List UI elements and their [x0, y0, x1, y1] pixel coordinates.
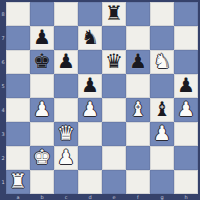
square-d2[interactable]: [78, 146, 102, 170]
square-g3[interactable]: ♟: [150, 122, 174, 146]
square-f8[interactable]: [126, 2, 150, 26]
file-label-e: e: [102, 194, 126, 200]
square-c8[interactable]: [54, 2, 78, 26]
square-e1[interactable]: [102, 170, 126, 194]
square-a4[interactable]: [6, 98, 30, 122]
square-h8[interactable]: [174, 2, 198, 26]
square-c3[interactable]: ♛: [54, 122, 78, 146]
piece-black-pawn-f6[interactable]: ♟: [129, 49, 147, 73]
square-h2[interactable]: [174, 146, 198, 170]
square-d3[interactable]: [78, 122, 102, 146]
square-b6[interactable]: ♚: [30, 50, 54, 74]
square-c2[interactable]: ♟: [54, 146, 78, 170]
piece-white-pawn-h4[interactable]: ♟: [177, 97, 195, 121]
chess-board-frame: 87654321 ♜♟♞♚♟♛♟♞♟♟♟♟♝♝♟♛♟♚♟♜ abcdefgh: [0, 0, 200, 200]
square-d4[interactable]: ♟: [78, 98, 102, 122]
file-label-f: f: [126, 194, 150, 200]
square-f1[interactable]: [126, 170, 150, 194]
board: ♜♟♞♚♟♛♟♞♟♟♟♟♝♝♟♛♟♚♟♜: [6, 2, 198, 194]
square-e4[interactable]: [102, 98, 126, 122]
piece-black-king-b6[interactable]: ♚: [33, 49, 51, 73]
square-d6[interactable]: [78, 50, 102, 74]
square-f6[interactable]: ♟: [126, 50, 150, 74]
square-e8[interactable]: ♜: [102, 2, 126, 26]
piece-black-rook-e8[interactable]: ♜: [105, 1, 123, 25]
piece-white-pawn-d4[interactable]: ♟: [81, 97, 99, 121]
piece-white-knight-g6[interactable]: ♞: [153, 49, 171, 73]
square-a1[interactable]: ♜: [6, 170, 30, 194]
square-d7[interactable]: ♞: [78, 26, 102, 50]
piece-black-queen-e6[interactable]: ♛: [105, 49, 123, 73]
piece-white-pawn-c2[interactable]: ♟: [57, 145, 75, 169]
square-g7[interactable]: [150, 26, 174, 50]
square-c5[interactable]: [54, 74, 78, 98]
square-f4[interactable]: ♝: [126, 98, 150, 122]
square-g6[interactable]: ♞: [150, 50, 174, 74]
piece-black-pawn-d5[interactable]: ♟: [81, 73, 99, 97]
piece-black-pawn-b7[interactable]: ♟: [33, 25, 51, 49]
square-c6[interactable]: ♟: [54, 50, 78, 74]
square-e3[interactable]: [102, 122, 126, 146]
square-a8[interactable]: [6, 2, 30, 26]
square-e5[interactable]: [102, 74, 126, 98]
piece-white-queen-c3[interactable]: ♛: [57, 121, 75, 145]
square-h3[interactable]: [174, 122, 198, 146]
square-b8[interactable]: [30, 2, 54, 26]
square-d8[interactable]: [78, 2, 102, 26]
square-g4[interactable]: ♝: [150, 98, 174, 122]
square-c1[interactable]: [54, 170, 78, 194]
piece-white-bishop-f4[interactable]: ♝: [129, 97, 147, 121]
square-a5[interactable]: [6, 74, 30, 98]
square-h1[interactable]: [174, 170, 198, 194]
file-label-g: g: [150, 194, 174, 200]
square-h6[interactable]: [174, 50, 198, 74]
square-b5[interactable]: [30, 74, 54, 98]
square-g1[interactable]: [150, 170, 174, 194]
file-labels: abcdefgh: [6, 194, 198, 200]
square-b4[interactable]: ♟: [30, 98, 54, 122]
piece-white-pawn-b4[interactable]: ♟: [33, 97, 51, 121]
square-g8[interactable]: [150, 2, 174, 26]
square-h5[interactable]: ♟: [174, 74, 198, 98]
square-f2[interactable]: [126, 146, 150, 170]
piece-black-bishop-g4[interactable]: ♝: [153, 97, 171, 121]
file-label-h: h: [174, 194, 198, 200]
piece-white-king-b2[interactable]: ♚: [33, 145, 51, 169]
square-e7[interactable]: [102, 26, 126, 50]
square-c4[interactable]: [54, 98, 78, 122]
file-label-d: d: [78, 194, 102, 200]
square-e6[interactable]: ♛: [102, 50, 126, 74]
square-d1[interactable]: [78, 170, 102, 194]
square-g2[interactable]: [150, 146, 174, 170]
square-f5[interactable]: [126, 74, 150, 98]
square-b2[interactable]: ♚: [30, 146, 54, 170]
square-a3[interactable]: [6, 122, 30, 146]
square-a6[interactable]: [6, 50, 30, 74]
square-a7[interactable]: [6, 26, 30, 50]
square-a2[interactable]: [6, 146, 30, 170]
file-label-a: a: [6, 194, 30, 200]
file-label-c: c: [54, 194, 78, 200]
square-f3[interactable]: [126, 122, 150, 146]
piece-black-knight-d7[interactable]: ♞: [81, 25, 99, 49]
square-b7[interactable]: ♟: [30, 26, 54, 50]
square-h7[interactable]: [174, 26, 198, 50]
piece-white-pawn-g3[interactable]: ♟: [153, 121, 171, 145]
square-e2[interactable]: [102, 146, 126, 170]
piece-black-pawn-c6[interactable]: ♟: [57, 49, 75, 73]
square-b3[interactable]: [30, 122, 54, 146]
square-c7[interactable]: [54, 26, 78, 50]
file-label-b: b: [30, 194, 54, 200]
square-g5[interactable]: [150, 74, 174, 98]
piece-white-rook-a1[interactable]: ♜: [9, 169, 27, 193]
square-f7[interactable]: [126, 26, 150, 50]
square-d5[interactable]: ♟: [78, 74, 102, 98]
square-h4[interactable]: ♟: [174, 98, 198, 122]
piece-black-pawn-h5[interactable]: ♟: [177, 73, 195, 97]
square-b1[interactable]: [30, 170, 54, 194]
